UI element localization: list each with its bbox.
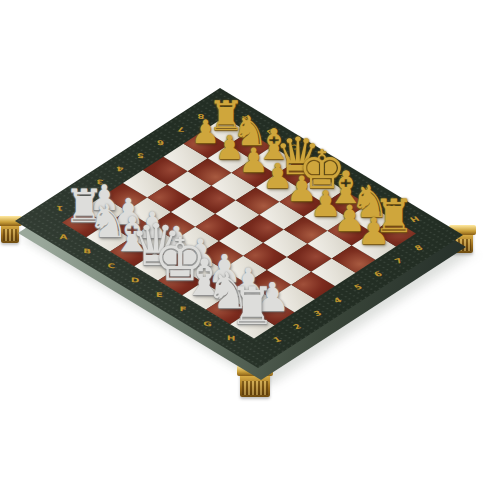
pieces-layer: ♜♞♝♛♚♝♞♜♟♟♟♟♟♟♟♟♟♟♟♟♟♟♟♟♜♞♝♛♚♝♞♜ <box>0 0 500 500</box>
white-rook-h1: ♜ <box>229 280 275 332</box>
black-pawn-h7: ♟ <box>357 214 390 251</box>
chess-set-photo: ABCDEFGHABCDEFGH1234567812345678 ♜♞♝♛♚♝♞… <box>0 0 500 500</box>
